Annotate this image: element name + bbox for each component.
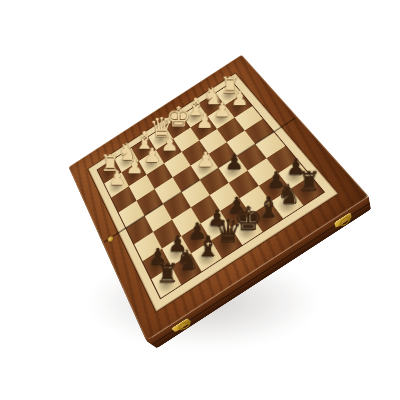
chess-set-scene: ♜♞♝♛♚♝♞♜♟♟♟♟♟♟♟♟♜♞♝♛♚♝♞♜♟♟♟♟♟♟♟♟ — [84, 64, 316, 296]
pawn-glyph: ♟ — [223, 67, 257, 109]
brass-latch — [334, 212, 352, 228]
product-photo: ♜♞♝♛♚♝♞♜♟♟♟♟♟♟♟♟♜♞♝♛♚♝♞♜♟♟♟♟♟♟♟♟ — [0, 0, 400, 400]
pawn-glyph: ♟ — [216, 128, 253, 173]
brass-hinge — [107, 235, 114, 243]
